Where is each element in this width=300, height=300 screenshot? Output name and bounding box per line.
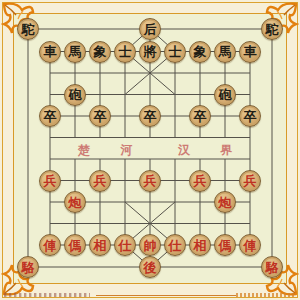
xiangqi-piece-red[interactable]: 傌 xyxy=(64,234,86,256)
xiangqi-piece-black[interactable]: 馬 xyxy=(64,41,86,63)
xiangqi-piece-black[interactable]: 砲 xyxy=(214,84,236,106)
watermark-line xyxy=(96,295,236,296)
xiangqi-piece-black[interactable]: 卒 xyxy=(239,105,261,127)
xiangqi-piece-red[interactable]: 兵 xyxy=(139,170,161,192)
xiangqi-piece-red[interactable]: 仕 xyxy=(164,234,186,256)
watermark-smudge xyxy=(4,293,90,297)
xiangqi-piece-red[interactable]: 兵 xyxy=(89,170,111,192)
xiangqi-piece-black[interactable]: 象 xyxy=(89,41,111,63)
xiangqi-piece-black[interactable]: 駝 xyxy=(261,18,283,40)
xiangqi-piece-black[interactable]: 駝 xyxy=(17,18,39,40)
xiangqi-piece-red[interactable]: 帥 xyxy=(139,234,161,256)
xiangqi-piece-red[interactable]: 相 xyxy=(89,234,111,256)
xiangqi-piece-red[interactable]: 仕 xyxy=(114,234,136,256)
xiangqi-piece-red[interactable]: 後 xyxy=(139,256,161,278)
river-label-chu-he: 楚 河 xyxy=(78,142,145,159)
xiangqi-piece-black[interactable]: 象 xyxy=(189,41,211,63)
xiangqi-piece-red[interactable]: 俥 xyxy=(239,234,261,256)
xiangqi-piece-red[interactable]: 炮 xyxy=(64,191,86,213)
xiangqi-piece-red[interactable]: 兵 xyxy=(239,170,261,192)
xiangqi-piece-black[interactable]: 卒 xyxy=(139,105,161,127)
watermark-smudge xyxy=(236,293,294,297)
xiangqi-piece-red[interactable]: 相 xyxy=(189,234,211,256)
watermark-strip xyxy=(4,292,296,298)
xiangqi-piece-black[interactable]: 后 xyxy=(139,18,161,40)
xiangqi-piece-black[interactable]: 士 xyxy=(114,41,136,63)
xiangqi-piece-black[interactable]: 士 xyxy=(164,41,186,63)
xiangqi-piece-black[interactable]: 車 xyxy=(239,41,261,63)
xiangqi-piece-red[interactable]: 俥 xyxy=(39,234,61,256)
xiangqi-piece-red[interactable]: 兵 xyxy=(39,170,61,192)
xiangqi-piece-black[interactable]: 馬 xyxy=(214,41,236,63)
xiangqi-piece-black[interactable]: 卒 xyxy=(89,105,111,127)
xiangqi-piece-red[interactable]: 兵 xyxy=(189,170,211,192)
xiangqi-piece-red[interactable]: 駱 xyxy=(17,256,39,278)
xiangqi-piece-black[interactable]: 卒 xyxy=(39,105,61,127)
xiangqi-piece-black[interactable]: 將 xyxy=(139,41,161,63)
xiangqi-piece-red[interactable]: 傌 xyxy=(214,234,236,256)
xiangqi-board-screenshot: 楚 河 汉 界 駝后駝車馬象士將士象馬車砲砲卒卒卒卒卒兵兵兵兵兵炮炮俥傌相仕帥仕… xyxy=(0,0,300,300)
xiangqi-piece-black[interactable]: 卒 xyxy=(189,105,211,127)
xiangqi-piece-red[interactable]: 炮 xyxy=(214,191,236,213)
xiangqi-piece-red[interactable]: 駱 xyxy=(261,256,283,278)
river-label-han-jie: 汉 界 xyxy=(178,142,245,159)
xiangqi-piece-black[interactable]: 砲 xyxy=(64,84,86,106)
xiangqi-piece-black[interactable]: 車 xyxy=(39,41,61,63)
